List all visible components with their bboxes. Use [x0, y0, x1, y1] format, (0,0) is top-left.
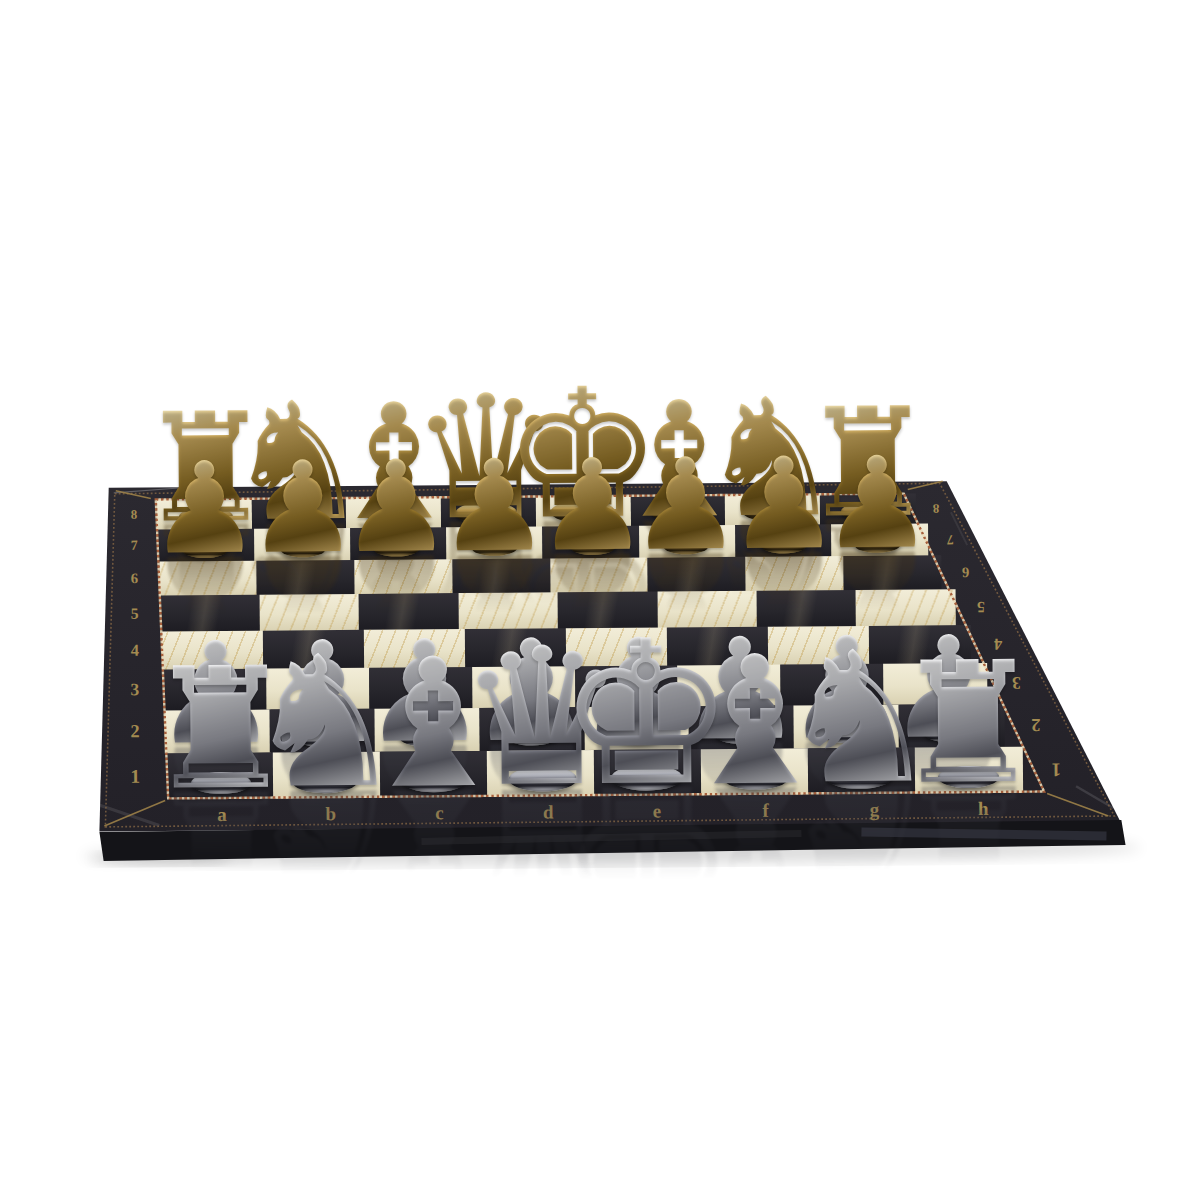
gold-pawn-glyph: ♟: [629, 442, 743, 569]
silver-rook-glyph: ♜: [892, 639, 1043, 807]
gold-pawn-glyph: ♟: [148, 446, 262, 573]
chess-set-photo-scene: 8877665544332211abcdefgh ♜♜♞♞♝♝♛♛♚♚♝♝♞♞♜…: [0, 0, 1200, 1200]
chess-pieces: ♜♜♞♞♝♝♛♛♚♚♝♝♞♞♜♜♟♟♟♟♟♟♟♟♟♟♟♟♟♟♟♟♟♟♟♟♟♟♟♟…: [0, 0, 1200, 1200]
gold-pawn-glyph: ♟: [339, 444, 453, 571]
gold-pawn-glyph: ♟: [820, 441, 934, 568]
gold-pawn-glyph: ♟: [437, 444, 551, 571]
chess-board: 8877665544332211abcdefgh ♜♜♞♞♝♝♛♛♚♚♝♝♞♞♜…: [0, 0, 1200, 1200]
